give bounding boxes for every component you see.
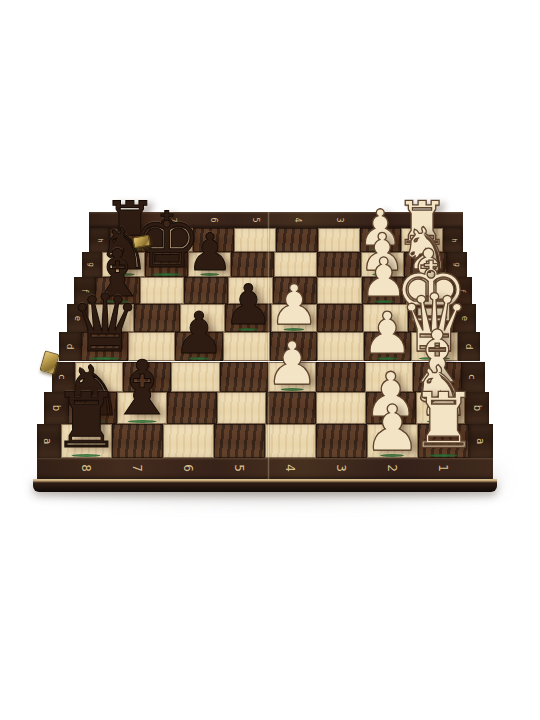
- felt-base: [128, 420, 156, 423]
- rank-label-8: 8: [80, 462, 92, 474]
- felt-base: [72, 454, 101, 457]
- bottom-rank-labels: 87654321: [37, 458, 494, 479]
- square-c3: [316, 362, 364, 393]
- square-f1: ♝: [406, 277, 450, 304]
- square-h4: [276, 228, 318, 252]
- felt-base: [371, 248, 390, 251]
- square-f4: [273, 277, 317, 304]
- square-e2: [363, 304, 409, 332]
- square-a7: [112, 424, 163, 457]
- square-h7: [151, 228, 193, 252]
- square-g6: ♟: [188, 252, 231, 277]
- rank-label-4: 4: [284, 462, 296, 474]
- square-c7: [123, 362, 171, 393]
- square-g4: [274, 252, 317, 277]
- square-h2: ♟: [360, 228, 402, 252]
- felt-base: [429, 454, 458, 457]
- square-a2: ♟: [367, 424, 418, 457]
- square-e5: ♟: [225, 304, 271, 332]
- rank-label-1: 1: [418, 216, 426, 224]
- file-letter: a: [476, 438, 487, 444]
- square-f6: [184, 277, 228, 304]
- rank-label-5: 5: [233, 462, 245, 474]
- square-d1: ♛: [411, 332, 458, 361]
- fold-seam: [267, 212, 270, 492]
- square-f8: ♝: [95, 277, 139, 304]
- felt-base: [188, 357, 210, 360]
- square-h6: [193, 228, 235, 252]
- rank-label-2: 2: [386, 462, 398, 474]
- board-row-file-f: f♝♟♝f: [74, 277, 472, 304]
- square-g8: ♞: [102, 252, 145, 277]
- file-letter: a: [43, 438, 54, 444]
- square-b3: [316, 392, 366, 424]
- felt-base: [415, 328, 447, 331]
- left-file-label-f: f: [74, 277, 95, 304]
- square-g3: [317, 252, 360, 277]
- left-file-label-e: e: [67, 304, 89, 332]
- felt-base: [238, 328, 259, 331]
- rank-label-7: 7: [131, 462, 143, 474]
- felt-base: [283, 328, 304, 331]
- square-a5: [214, 424, 265, 457]
- square-c4: ♟: [268, 362, 316, 393]
- felt-base: [113, 273, 135, 276]
- board-row-file-a: a♜♟♜a: [37, 424, 494, 457]
- felt-base: [416, 300, 441, 303]
- square-b2: ♟: [366, 392, 416, 424]
- square-d3: [317, 332, 364, 361]
- square-g7: ♚: [145, 252, 188, 277]
- left-file-label-b: b: [44, 392, 68, 424]
- square-b1: ♞: [416, 392, 466, 424]
- square-a8: ♜: [61, 424, 112, 457]
- right-file-label-c: c: [462, 362, 485, 393]
- file-letter: d: [464, 344, 473, 350]
- rank-label-3: 3: [335, 462, 347, 474]
- board-case-side: [33, 479, 498, 492]
- right-file-label-b: b: [465, 392, 489, 424]
- felt-base: [281, 388, 304, 391]
- file-letter: e: [73, 315, 82, 320]
- file-letter: d: [66, 344, 75, 350]
- rank-label-8: 8: [126, 216, 134, 224]
- right-file-label-g: g: [447, 252, 468, 277]
- file-letter: f: [81, 289, 89, 292]
- square-e3: [317, 304, 363, 332]
- file-letter: e: [461, 315, 470, 320]
- file-letter: h: [450, 238, 457, 242]
- file-letter: c: [58, 374, 68, 379]
- felt-base: [419, 357, 449, 360]
- felt-base: [79, 420, 105, 423]
- square-b4: [266, 392, 316, 424]
- square-c8: [75, 362, 123, 393]
- right-file-label-f: f: [450, 277, 471, 304]
- square-b5: [217, 392, 267, 424]
- left-file-label-g: g: [82, 252, 103, 277]
- square-f2: ♟: [362, 277, 406, 304]
- square-e6: [180, 304, 226, 332]
- square-h1: ♜: [401, 228, 443, 252]
- felt-base: [374, 300, 394, 303]
- felt-base: [380, 454, 404, 457]
- felt-base: [376, 357, 398, 360]
- right-file-label-e: e: [454, 304, 476, 332]
- square-f3: [317, 277, 361, 304]
- right-file-label-a: a: [469, 424, 493, 457]
- left-file-label-a: a: [37, 424, 61, 457]
- square-d8: ♛: [81, 332, 128, 361]
- square-g1: ♞: [404, 252, 447, 277]
- product-photo-scene: 8765432187654321h♜♟♜hg♞♚♟♟♞gf♝♟♝fe♟♟♚ed♛…: [0, 0, 540, 720]
- felt-base: [105, 300, 130, 303]
- rank-label-1: 1: [437, 462, 449, 474]
- file-letter: b: [472, 405, 482, 411]
- square-g2: ♟: [361, 252, 404, 277]
- left-file-label-h: h: [89, 228, 109, 252]
- file-letter: c: [468, 374, 478, 379]
- felt-base: [90, 357, 120, 360]
- square-c1: ♝: [413, 362, 461, 393]
- square-f7: [140, 277, 184, 304]
- square-d7: [128, 332, 175, 361]
- file-letter: g: [453, 262, 461, 267]
- felt-base: [379, 420, 402, 423]
- square-d5: [223, 332, 270, 361]
- felt-base: [424, 388, 452, 391]
- square-e7: [134, 304, 180, 332]
- square-d6: ♟: [175, 332, 222, 361]
- square-d4: [270, 332, 317, 361]
- square-c5: [220, 362, 268, 393]
- square-h3: [318, 228, 360, 252]
- left-file-label-d: d: [59, 332, 81, 361]
- square-c6: [171, 362, 219, 393]
- felt-base: [414, 273, 436, 276]
- right-file-label-h: h: [443, 228, 463, 252]
- rank-label-7: 7: [168, 216, 176, 224]
- felt-base: [119, 248, 142, 251]
- rank-label-6: 6: [182, 462, 194, 474]
- file-letter: g: [88, 262, 96, 267]
- square-a1: ♜: [418, 424, 469, 457]
- felt-base: [427, 420, 453, 423]
- right-file-label-d: d: [458, 332, 480, 361]
- square-e1: ♚: [408, 304, 454, 332]
- felt-base: [372, 273, 392, 276]
- square-b8: ♞: [68, 392, 118, 424]
- rank-label-4: 4: [293, 216, 301, 224]
- square-e8: [88, 304, 134, 332]
- square-b7: ♝: [117, 392, 167, 424]
- square-d2: ♟: [364, 332, 411, 361]
- file-letter: h: [96, 238, 103, 242]
- square-a3: [316, 424, 367, 457]
- rank-label-5: 5: [251, 216, 259, 224]
- top-rank-labels: 87654321: [89, 212, 463, 228]
- board-row-file-e: e♟♟♚e: [67, 304, 476, 332]
- file-letter: b: [51, 405, 61, 411]
- square-a6: [163, 424, 214, 457]
- rank-label-2: 2: [376, 216, 384, 224]
- square-e4: ♟: [271, 304, 317, 332]
- square-c2: [365, 362, 413, 393]
- felt-base: [200, 273, 220, 276]
- board-row-file-g: g♞♚♟♟♞g: [82, 252, 468, 277]
- square-a4: [265, 424, 316, 457]
- file-letter: f: [457, 289, 465, 292]
- felt-base: [411, 248, 434, 251]
- rank-label-3: 3: [335, 216, 343, 224]
- rank-label-6: 6: [209, 216, 217, 224]
- felt-base: [152, 273, 181, 276]
- square-b6: [167, 392, 217, 424]
